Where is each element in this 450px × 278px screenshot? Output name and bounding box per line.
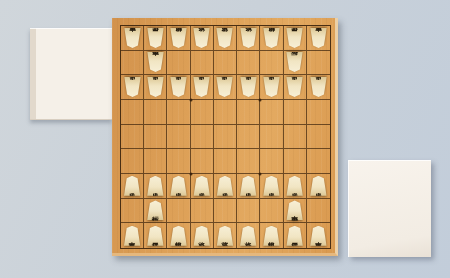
sente-pawn-piece[interactable]: 歩兵	[310, 176, 327, 196]
square-3-3[interactable]: 歩兵	[260, 75, 283, 100]
piece-face: 銀将	[263, 28, 280, 48]
square-2-5[interactable]	[284, 125, 307, 150]
piece-face: 歩兵	[263, 176, 280, 196]
hoshi-star-point	[189, 99, 192, 102]
gote-pawn-piece[interactable]: 歩兵	[240, 77, 257, 97]
square-5-3[interactable]: 歩兵	[214, 75, 237, 100]
gote-lance-piece[interactable]: 香車	[310, 28, 327, 48]
square-4-6[interactable]	[237, 149, 260, 174]
square-7-2[interactable]	[167, 51, 190, 76]
square-3-7[interactable]: 歩兵	[260, 174, 283, 199]
left-komadai-piece-stand	[30, 28, 112, 120]
square-9-2[interactable]	[121, 51, 144, 76]
piece-face: 角行	[286, 52, 303, 72]
square-1-5[interactable]	[307, 125, 330, 150]
square-1-7[interactable]: 歩兵	[307, 174, 330, 199]
sente-pawn-piece[interactable]: 歩兵	[216, 176, 233, 196]
square-7-7[interactable]: 歩兵	[167, 174, 190, 199]
square-9-4[interactable]	[121, 100, 144, 125]
square-6-6[interactable]	[191, 149, 214, 174]
piece-face: 香車	[310, 226, 327, 246]
sente-king-piece[interactable]: 王将	[216, 226, 233, 246]
square-1-3[interactable]: 歩兵	[307, 75, 330, 100]
sente-gold-piece[interactable]: 金将	[240, 226, 257, 246]
square-4-4[interactable]	[237, 100, 260, 125]
sente-knight-piece[interactable]: 桂馬	[147, 226, 164, 246]
piece-face: 歩兵	[193, 77, 210, 97]
square-6-8[interactable]	[191, 199, 214, 224]
piece-face: 桂馬	[286, 28, 303, 48]
gote-pawn-piece[interactable]: 歩兵	[216, 77, 233, 97]
gote-lance-piece[interactable]: 香車	[124, 28, 141, 48]
square-7-4[interactable]	[167, 100, 190, 125]
gote-silver-piece[interactable]: 銀将	[170, 28, 187, 48]
square-8-3[interactable]: 歩兵	[144, 75, 167, 100]
square-4-2[interactable]	[237, 51, 260, 76]
square-2-9[interactable]: 桂馬	[284, 223, 307, 248]
piece-face: 歩兵	[286, 176, 303, 196]
gote-knight-piece[interactable]: 桂馬	[147, 28, 164, 48]
piece-face: 香車	[124, 28, 141, 48]
square-9-1[interactable]: 香車	[121, 26, 144, 51]
sente-pawn-piece[interactable]: 歩兵	[147, 176, 164, 196]
square-3-9[interactable]: 銀将	[260, 223, 283, 248]
gote-pawn-piece[interactable]: 歩兵	[124, 77, 141, 97]
square-1-4[interactable]	[307, 100, 330, 125]
square-9-5[interactable]	[121, 125, 144, 150]
square-8-9[interactable]: 桂馬	[144, 223, 167, 248]
square-4-8[interactable]	[237, 199, 260, 224]
square-2-1[interactable]: 桂馬	[284, 26, 307, 51]
square-8-1[interactable]: 桂馬	[144, 26, 167, 51]
square-2-7[interactable]: 歩兵	[284, 174, 307, 199]
square-8-4[interactable]	[144, 100, 167, 125]
piece-face: 歩兵	[286, 77, 303, 97]
square-8-6[interactable]	[144, 149, 167, 174]
square-4-1[interactable]: 金将	[237, 26, 260, 51]
piece-face: 歩兵	[147, 77, 164, 97]
square-3-2[interactable]	[260, 51, 283, 76]
sente-pawn-piece[interactable]: 歩兵	[286, 176, 303, 196]
square-3-8[interactable]	[260, 199, 283, 224]
square-6-9[interactable]: 金将	[191, 223, 214, 248]
square-4-5[interactable]	[237, 125, 260, 150]
piece-face: 歩兵	[310, 77, 327, 97]
gote-pawn-piece[interactable]: 歩兵	[193, 77, 210, 97]
right-komadai-piece-stand	[348, 160, 431, 257]
gote-pawn-piece[interactable]: 歩兵	[263, 77, 280, 97]
square-3-1[interactable]: 銀将	[260, 26, 283, 51]
piece-face: 歩兵	[216, 77, 233, 97]
piece-face: 歩兵	[170, 77, 187, 97]
piece-face: 香車	[124, 226, 141, 246]
piece-face: 金将	[240, 28, 257, 48]
square-2-2[interactable]: 角行	[284, 51, 307, 76]
gote-knight-piece[interactable]: 桂馬	[286, 28, 303, 48]
piece-face: 王将	[216, 226, 233, 246]
square-5-1[interactable]: 玉将	[214, 26, 237, 51]
sente-silver-piece[interactable]: 銀将	[170, 226, 187, 246]
square-1-2[interactable]	[307, 51, 330, 76]
square-9-3[interactable]: 歩兵	[121, 75, 144, 100]
square-9-7[interactable]: 歩兵	[121, 174, 144, 199]
sente-knight-piece[interactable]: 桂馬	[286, 226, 303, 246]
square-9-8[interactable]	[121, 199, 144, 224]
square-2-4[interactable]	[284, 100, 307, 125]
square-5-6[interactable]	[214, 149, 237, 174]
square-1-1[interactable]: 香車	[307, 26, 330, 51]
sente-pawn-piece[interactable]: 歩兵	[193, 176, 210, 196]
gote-gold-piece[interactable]: 金将	[193, 28, 210, 48]
sente-gold-piece[interactable]: 金将	[193, 226, 210, 246]
piece-face: 飛車	[286, 200, 303, 220]
square-3-6[interactable]	[260, 149, 283, 174]
piece-face: 桂馬	[286, 226, 303, 246]
square-5-4[interactable]	[214, 100, 237, 125]
piece-face: 歩兵	[240, 176, 257, 196]
piece-face: 歩兵	[216, 176, 233, 196]
sente-rook-piece[interactable]: 飛車	[286, 200, 303, 220]
square-2-8[interactable]: 飛車	[284, 199, 307, 224]
piece-face: 香車	[310, 28, 327, 48]
square-8-8[interactable]: 角行	[144, 199, 167, 224]
piece-face: 桂馬	[147, 28, 164, 48]
square-6-5[interactable]	[191, 125, 214, 150]
square-4-7[interactable]: 歩兵	[237, 174, 260, 199]
piece-face: 角行	[147, 200, 164, 220]
square-4-3[interactable]: 歩兵	[237, 75, 260, 100]
piece-face: 金将	[193, 226, 210, 246]
square-6-7[interactable]: 歩兵	[191, 174, 214, 199]
shogi-board: 香車桂馬銀将金将玉将金将銀将桂馬香車飛車角行歩兵歩兵歩兵歩兵歩兵歩兵歩兵歩兵歩兵…	[112, 18, 338, 256]
piece-face: 桂馬	[147, 226, 164, 246]
piece-face: 歩兵	[124, 77, 141, 97]
square-5-8[interactable]	[214, 199, 237, 224]
square-2-3[interactable]: 歩兵	[284, 75, 307, 100]
sente-pawn-piece[interactable]: 歩兵	[170, 176, 187, 196]
gote-pawn-piece[interactable]: 歩兵	[310, 77, 327, 97]
hoshi-star-point	[189, 173, 192, 176]
gote-bishop-piece[interactable]: 角行	[286, 52, 303, 72]
gote-gold-piece[interactable]: 金将	[240, 28, 257, 48]
gote-silver-piece[interactable]: 銀将	[263, 28, 280, 48]
gote-rook-piece[interactable]: 飛車	[147, 52, 164, 72]
square-9-9[interactable]: 香車	[121, 223, 144, 248]
sente-pawn-piece[interactable]: 歩兵	[263, 176, 280, 196]
sente-pawn-piece[interactable]: 歩兵	[240, 176, 257, 196]
piece-face: 歩兵	[170, 176, 187, 196]
square-1-8[interactable]	[307, 199, 330, 224]
sente-silver-piece[interactable]: 銀将	[263, 226, 280, 246]
square-8-5[interactable]	[144, 125, 167, 150]
gote-pawn-piece[interactable]: 歩兵	[170, 77, 187, 97]
square-7-6[interactable]	[167, 149, 190, 174]
piece-face: 銀将	[170, 28, 187, 48]
piece-face: 金将	[240, 226, 257, 246]
hoshi-star-point	[259, 173, 262, 176]
square-3-5[interactable]	[260, 125, 283, 150]
square-6-4[interactable]	[191, 100, 214, 125]
board-grid: 香車桂馬銀将金将玉将金将銀将桂馬香車飛車角行歩兵歩兵歩兵歩兵歩兵歩兵歩兵歩兵歩兵…	[120, 25, 331, 249]
square-7-1[interactable]: 銀将	[167, 26, 190, 51]
sente-bishop-piece[interactable]: 角行	[147, 200, 164, 220]
sente-lance-piece[interactable]: 香車	[310, 226, 327, 246]
piece-face: 歩兵	[310, 176, 327, 196]
square-6-3[interactable]: 歩兵	[191, 75, 214, 100]
square-6-2[interactable]	[191, 51, 214, 76]
square-7-8[interactable]	[167, 199, 190, 224]
square-5-7[interactable]: 歩兵	[214, 174, 237, 199]
square-3-4[interactable]	[260, 100, 283, 125]
piece-face: 銀将	[170, 226, 187, 246]
gote-king-piece[interactable]: 玉将	[216, 28, 233, 48]
sente-lance-piece[interactable]: 香車	[124, 226, 141, 246]
gote-pawn-piece[interactable]: 歩兵	[147, 77, 164, 97]
square-4-9[interactable]: 金将	[237, 223, 260, 248]
piece-face: 歩兵	[240, 77, 257, 97]
square-8-2[interactable]: 飛車	[144, 51, 167, 76]
square-7-5[interactable]	[167, 125, 190, 150]
piece-face: 歩兵	[263, 77, 280, 97]
square-6-1[interactable]: 金将	[191, 26, 214, 51]
piece-face: 歩兵	[147, 176, 164, 196]
gote-pawn-piece[interactable]: 歩兵	[286, 77, 303, 97]
square-5-5[interactable]	[214, 125, 237, 150]
square-9-6[interactable]	[121, 149, 144, 174]
square-1-9[interactable]: 香車	[307, 223, 330, 248]
square-7-9[interactable]: 銀将	[167, 223, 190, 248]
square-2-6[interactable]	[284, 149, 307, 174]
square-8-7[interactable]: 歩兵	[144, 174, 167, 199]
square-5-2[interactable]	[214, 51, 237, 76]
square-5-9[interactable]: 王将	[214, 223, 237, 248]
square-1-6[interactable]	[307, 149, 330, 174]
piece-face: 金将	[193, 28, 210, 48]
hoshi-star-point	[259, 99, 262, 102]
piece-face: 歩兵	[124, 176, 141, 196]
piece-face: 歩兵	[193, 176, 210, 196]
piece-face: 銀将	[263, 226, 280, 246]
piece-face: 玉将	[216, 28, 233, 48]
sente-pawn-piece[interactable]: 歩兵	[124, 176, 141, 196]
piece-face: 飛車	[147, 52, 164, 72]
square-7-3[interactable]: 歩兵	[167, 75, 190, 100]
